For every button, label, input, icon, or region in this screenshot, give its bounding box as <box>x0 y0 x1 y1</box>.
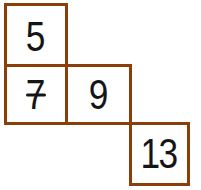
puzzle-board: 5 7 9 13 <box>4 3 187 183</box>
seven-crossbar-stroke <box>26 93 46 96</box>
worksheet-canvas: 5 7 9 13 <box>0 0 201 190</box>
cell-value-13: 13 <box>141 133 179 175</box>
cell-r3c3: 13 <box>129 122 190 186</box>
cell-r2c1: 7 <box>4 64 68 125</box>
cell-r1c1: 5 <box>4 3 68 67</box>
cell-value-9: 9 <box>89 74 109 116</box>
cell-value-5: 5 <box>26 16 46 58</box>
cell-r2c2: 9 <box>65 64 132 125</box>
